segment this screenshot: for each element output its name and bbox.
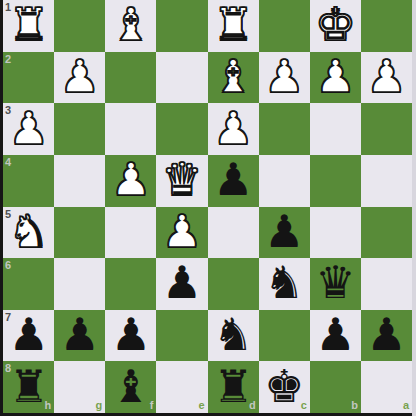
square-c6[interactable]: ♞ (259, 258, 310, 310)
square-e7[interactable] (156, 310, 207, 362)
board-right-edge-strip (412, 0, 416, 416)
piece-black-pawn[interactable]: ♟ (111, 312, 151, 357)
square-d8[interactable]: d♜ (208, 361, 259, 413)
piece-white-king[interactable]: ♚ (315, 2, 355, 47)
piece-white-pawn[interactable]: ♟ (366, 54, 406, 99)
square-h6[interactable]: 6 (3, 258, 54, 310)
square-e3[interactable] (156, 103, 207, 155)
piece-white-queen[interactable]: ♛ (162, 157, 202, 202)
square-d5[interactable] (208, 207, 259, 259)
square-b4[interactable] (310, 155, 361, 207)
square-a6[interactable] (361, 258, 412, 310)
square-e8[interactable]: e (156, 361, 207, 413)
square-e2[interactable] (156, 52, 207, 104)
square-b5[interactable] (310, 207, 361, 259)
square-h2[interactable]: 2 (3, 52, 54, 104)
piece-black-rook[interactable]: ♜ (213, 364, 253, 409)
piece-white-pawn[interactable]: ♟ (213, 106, 253, 151)
piece-black-knight[interactable]: ♞ (213, 312, 253, 357)
square-b8[interactable]: b (310, 361, 361, 413)
square-f4[interactable]: ♟ (105, 155, 156, 207)
square-g8[interactable]: g (54, 361, 105, 413)
piece-black-bishop[interactable]: ♝ (111, 364, 151, 409)
rank-label-4: 4 (5, 157, 11, 168)
piece-white-pawn[interactable]: ♟ (60, 54, 100, 99)
square-b1[interactable]: ♚ (310, 0, 361, 52)
square-d1[interactable]: ♜ (208, 0, 259, 52)
piece-black-queen[interactable]: ♛ (315, 260, 355, 305)
piece-black-rook[interactable]: ♜ (8, 364, 48, 409)
piece-white-pawn[interactable]: ♟ (8, 106, 48, 151)
piece-black-pawn[interactable]: ♟ (60, 312, 100, 357)
square-h4[interactable]: 4 (3, 155, 54, 207)
square-g3[interactable] (54, 103, 105, 155)
piece-black-pawn[interactable]: ♟ (366, 312, 406, 357)
square-b7[interactable]: ♟ (310, 310, 361, 362)
square-f5[interactable] (105, 207, 156, 259)
square-h8[interactable]: 8h♜ (3, 361, 54, 413)
square-f7[interactable]: ♟ (105, 310, 156, 362)
rank-label-6: 6 (5, 260, 11, 271)
piece-white-pawn[interactable]: ♟ (162, 209, 202, 254)
piece-white-pawn[interactable]: ♟ (264, 54, 304, 99)
square-b2[interactable]: ♟ (310, 52, 361, 104)
square-f1[interactable]: ♝ (105, 0, 156, 52)
square-a7[interactable]: ♟ (361, 310, 412, 362)
file-label-e: e (198, 400, 204, 411)
chess-board: 1♜♝♜♚2♟♝♟♟♟3♟♟4♟♛♟5♞♟♟6♟♞♛7♟♟♟♞♟♟8h♜gf♝e… (3, 0, 412, 413)
square-a3[interactable] (361, 103, 412, 155)
square-d4[interactable]: ♟ (208, 155, 259, 207)
square-b3[interactable] (310, 103, 361, 155)
square-c5[interactable]: ♟ (259, 207, 310, 259)
chess-board-frame: 1♜♝♜♚2♟♝♟♟♟3♟♟4♟♛♟5♞♟♟6♟♞♛7♟♟♟♞♟♟8h♜gf♝e… (0, 0, 416, 416)
file-label-a: a (403, 400, 409, 411)
square-c8[interactable]: c♚ (259, 361, 310, 413)
square-g4[interactable] (54, 155, 105, 207)
square-h5[interactable]: 5♞ (3, 207, 54, 259)
piece-black-king[interactable]: ♚ (264, 364, 304, 409)
square-g2[interactable]: ♟ (54, 52, 105, 104)
square-e5[interactable]: ♟ (156, 207, 207, 259)
square-d7[interactable]: ♞ (208, 310, 259, 362)
square-a2[interactable]: ♟ (361, 52, 412, 104)
piece-black-pawn[interactable]: ♟ (162, 260, 202, 305)
square-c2[interactable]: ♟ (259, 52, 310, 104)
square-g5[interactable] (54, 207, 105, 259)
piece-black-pawn[interactable]: ♟ (213, 157, 253, 202)
square-c3[interactable] (259, 103, 310, 155)
square-f3[interactable] (105, 103, 156, 155)
square-e4[interactable]: ♛ (156, 155, 207, 207)
piece-white-rook[interactable]: ♜ (213, 2, 253, 47)
square-a8[interactable]: a (361, 361, 412, 413)
square-d2[interactable]: ♝ (208, 52, 259, 104)
square-a5[interactable] (361, 207, 412, 259)
square-g6[interactable] (54, 258, 105, 310)
square-f2[interactable] (105, 52, 156, 104)
file-label-b: b (351, 400, 358, 411)
piece-white-pawn[interactable]: ♟ (111, 157, 151, 202)
square-f6[interactable] (105, 258, 156, 310)
piece-black-knight[interactable]: ♞ (264, 260, 304, 305)
piece-white-bishop[interactable]: ♝ (111, 2, 151, 47)
square-c7[interactable] (259, 310, 310, 362)
square-g1[interactable] (54, 0, 105, 52)
piece-white-pawn[interactable]: ♟ (315, 54, 355, 99)
square-d3[interactable]: ♟ (208, 103, 259, 155)
piece-white-knight[interactable]: ♞ (8, 209, 48, 254)
rank-label-2: 2 (5, 54, 11, 65)
square-e1[interactable] (156, 0, 207, 52)
piece-black-pawn[interactable]: ♟ (264, 209, 304, 254)
square-c1[interactable] (259, 0, 310, 52)
square-e6[interactable]: ♟ (156, 258, 207, 310)
file-label-g: g (96, 400, 103, 411)
piece-black-pawn[interactable]: ♟ (8, 312, 48, 357)
square-a4[interactable] (361, 155, 412, 207)
square-c4[interactable] (259, 155, 310, 207)
piece-white-rook[interactable]: ♜ (8, 2, 48, 47)
square-h1[interactable]: 1♜ (3, 0, 54, 52)
piece-white-bishop[interactable]: ♝ (213, 54, 253, 99)
piece-black-pawn[interactable]: ♟ (315, 312, 355, 357)
square-b6[interactable]: ♛ (310, 258, 361, 310)
square-a1[interactable] (361, 0, 412, 52)
square-h7[interactable]: 7♟ (3, 310, 54, 362)
square-h3[interactable]: 3♟ (3, 103, 54, 155)
square-g7[interactable]: ♟ (54, 310, 105, 362)
square-d6[interactable] (208, 258, 259, 310)
square-f8[interactable]: f♝ (105, 361, 156, 413)
